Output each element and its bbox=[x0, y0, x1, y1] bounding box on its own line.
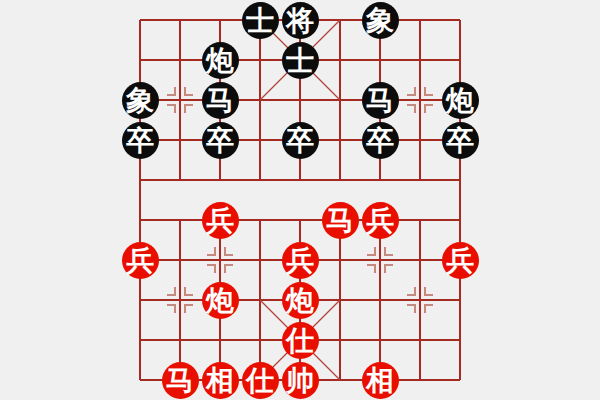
black-advisor[interactable]: 士 bbox=[242, 2, 279, 39]
red-advisor[interactable]: 仕 bbox=[242, 362, 279, 399]
point-marker bbox=[185, 287, 193, 295]
black-soldier[interactable]: 卒 bbox=[442, 122, 479, 159]
red-elephant[interactable]: 相 bbox=[362, 362, 399, 399]
red-advisor[interactable]: 仕 bbox=[282, 322, 319, 359]
red-soldier[interactable]: 兵 bbox=[362, 202, 399, 239]
black-horse[interactable]: 马 bbox=[362, 82, 399, 119]
point-marker bbox=[185, 105, 193, 113]
red-general[interactable]: 帅 bbox=[282, 362, 319, 399]
red-cannon[interactable]: 炮 bbox=[282, 282, 319, 319]
red-soldier[interactable]: 兵 bbox=[202, 202, 239, 239]
point-marker bbox=[185, 87, 193, 95]
point-marker bbox=[167, 287, 175, 295]
red-horse[interactable]: 马 bbox=[162, 362, 199, 399]
point-marker bbox=[425, 87, 433, 95]
xiangqi-board: 士将象炮士象马马炮卒卒卒卒卒兵马兵兵兵兵炮炮仕马相仕帅相 bbox=[0, 0, 600, 400]
point-marker bbox=[367, 247, 375, 255]
point-marker bbox=[207, 247, 215, 255]
black-cannon[interactable]: 炮 bbox=[442, 82, 479, 119]
red-horse[interactable]: 马 bbox=[322, 202, 359, 239]
black-soldier[interactable]: 卒 bbox=[362, 122, 399, 159]
point-marker bbox=[425, 305, 433, 313]
black-horse[interactable]: 马 bbox=[202, 82, 239, 119]
point-marker bbox=[407, 287, 415, 295]
red-soldier[interactable]: 兵 bbox=[442, 242, 479, 279]
point-marker bbox=[385, 265, 393, 273]
point-marker bbox=[167, 87, 175, 95]
point-marker bbox=[167, 105, 175, 113]
red-soldier[interactable]: 兵 bbox=[282, 242, 319, 279]
red-soldier[interactable]: 兵 bbox=[122, 242, 159, 279]
point-marker bbox=[207, 265, 215, 273]
point-marker bbox=[407, 305, 415, 313]
black-advisor[interactable]: 士 bbox=[282, 42, 319, 79]
point-marker bbox=[425, 105, 433, 113]
point-marker bbox=[185, 305, 193, 313]
point-marker bbox=[425, 287, 433, 295]
point-marker bbox=[167, 305, 175, 313]
black-elephant[interactable]: 象 bbox=[122, 82, 159, 119]
red-elephant[interactable]: 相 bbox=[202, 362, 239, 399]
black-cannon[interactable]: 炮 bbox=[202, 42, 239, 79]
point-marker bbox=[225, 247, 233, 255]
black-soldier[interactable]: 卒 bbox=[282, 122, 319, 159]
point-marker bbox=[385, 247, 393, 255]
black-soldier[interactable]: 卒 bbox=[122, 122, 159, 159]
point-marker bbox=[225, 265, 233, 273]
point-marker bbox=[367, 265, 375, 273]
point-marker bbox=[407, 105, 415, 113]
red-cannon[interactable]: 炮 bbox=[202, 282, 239, 319]
black-general[interactable]: 将 bbox=[282, 2, 319, 39]
black-elephant[interactable]: 象 bbox=[362, 2, 399, 39]
point-marker bbox=[407, 87, 415, 95]
black-soldier[interactable]: 卒 bbox=[202, 122, 239, 159]
